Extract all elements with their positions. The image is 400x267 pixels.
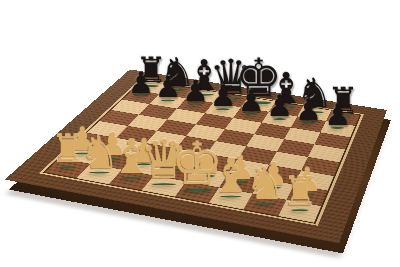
piece-black-pawn-g7: ♟: [295, 95, 322, 125]
piece-black-pawn-c7: ♟: [182, 77, 209, 107]
piece-black-pawn-e7: ♟: [238, 86, 265, 116]
pieces-layer: ♜♞♝♛♚♝♞♜♟♟♟♟♟♟♟♟♟♟♟♟♟♟♟♟♜♞♝♛♚♝♞♜: [0, 0, 400, 267]
piece-black-pawn-d7: ♟: [210, 81, 237, 111]
piece-black-pawn-f7: ♟: [266, 91, 293, 121]
piece-black-pawn-b7: ♟: [155, 73, 181, 103]
piece-white-rook-h1: ♜: [282, 172, 318, 212]
piece-black-pawn-a7: ♟: [128, 68, 154, 97]
piece-black-pawn-h7: ♟: [324, 100, 351, 130]
product-photo: ♜♞♝♛♚♝♞♜♟♟♟♟♟♟♟♟♟♟♟♟♟♟♟♟♜♞♝♛♚♝♞♜: [0, 0, 400, 267]
piece-white-knight-g1: ♞: [245, 160, 286, 205]
